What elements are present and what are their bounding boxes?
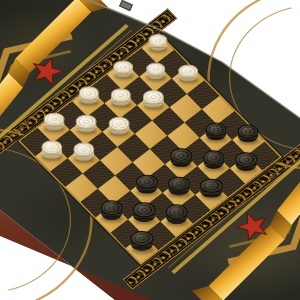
board-photo [0,0,300,300]
hinge-icon [119,0,133,11]
piece-dark[interactable] [133,203,156,224]
piece-dark[interactable] [171,148,193,168]
piece-white[interactable] [73,143,94,163]
piece-dark[interactable] [130,231,153,252]
piece-white[interactable] [76,114,97,133]
piece-dark[interactable] [165,205,188,226]
piece-white[interactable] [113,60,133,78]
piece-dark[interactable] [206,122,227,141]
piece-dark[interactable] [203,150,225,170]
piece-dark[interactable] [235,152,257,172]
piece-white[interactable] [178,64,198,82]
piece-white[interactable] [143,90,163,109]
piece-dark[interactable] [101,201,124,222]
piece-dark[interactable] [238,124,259,143]
piece-dark[interactable] [168,177,190,197]
piece-dark[interactable] [136,175,158,195]
piece-dark[interactable] [200,179,222,199]
piece-white[interactable] [43,112,64,131]
piece-white[interactable] [148,34,167,52]
piece-white[interactable] [111,88,131,107]
piece-white[interactable] [146,62,166,80]
piece-white[interactable] [108,116,129,135]
piece-white[interactable] [78,86,98,105]
piece-white[interactable] [41,141,62,161]
